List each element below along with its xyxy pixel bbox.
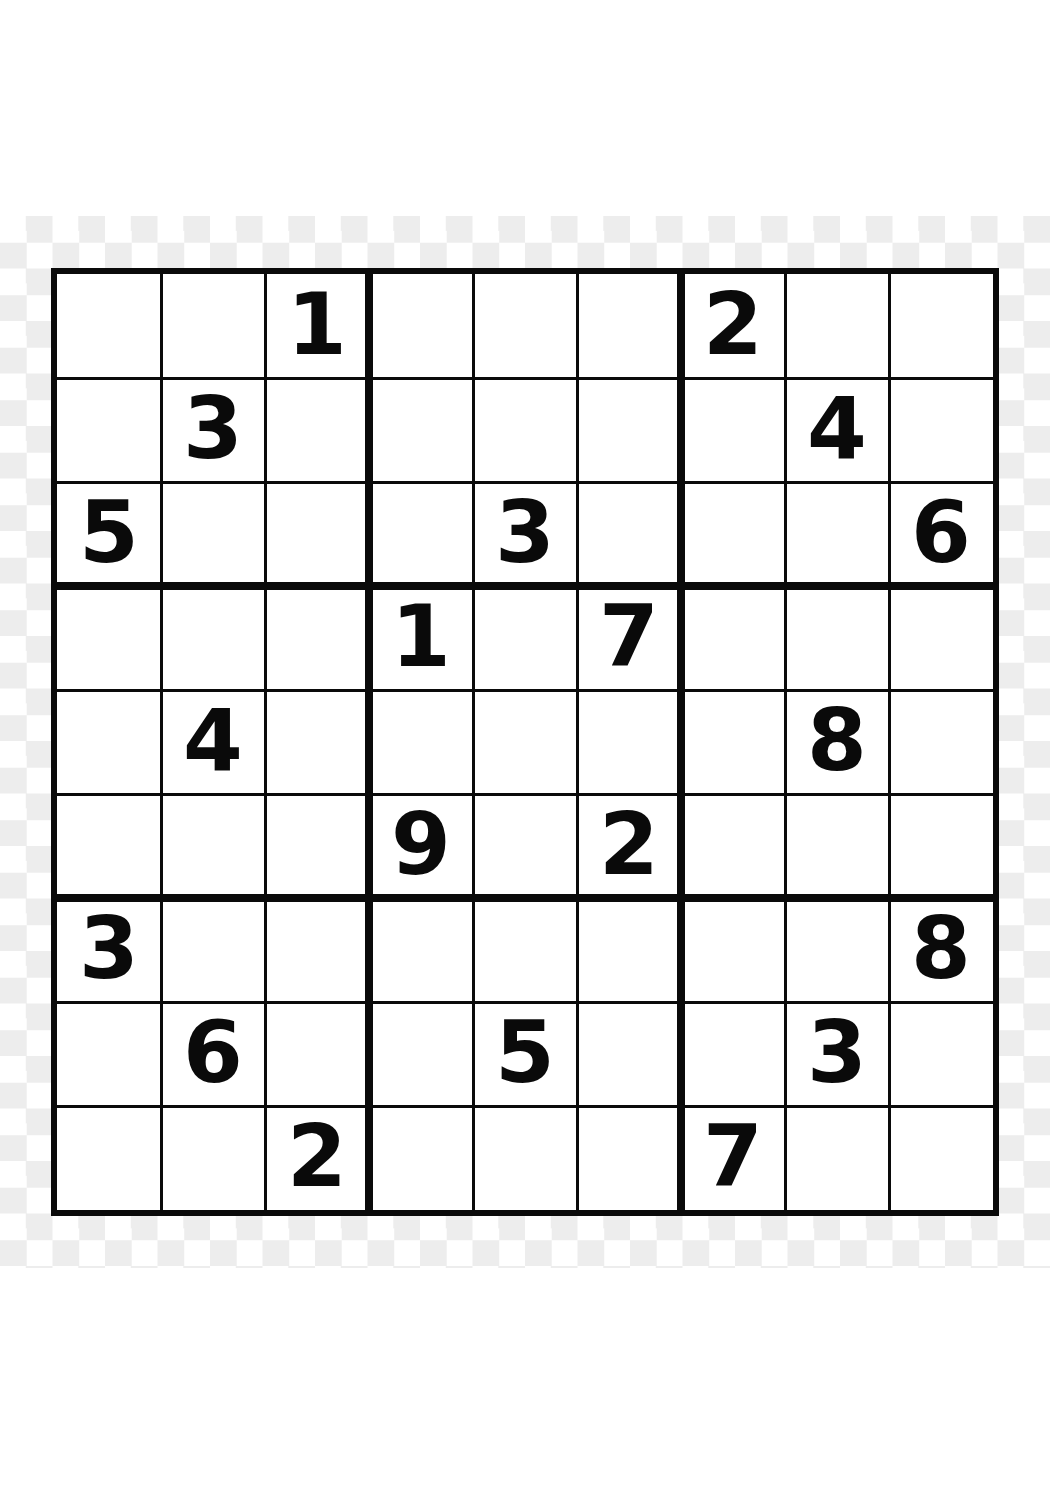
cell-r1c1[interactable]	[57, 274, 161, 378]
cell-r9c6[interactable]	[577, 1106, 681, 1210]
cell-line-vertical	[472, 274, 475, 1210]
cell-r1c8[interactable]	[785, 274, 889, 378]
cell-r8c6[interactable]	[577, 1002, 681, 1106]
given-digit: 2	[287, 1113, 347, 1199]
cell-line-horizontal	[57, 793, 993, 796]
cell-r3c3[interactable]	[265, 482, 369, 586]
given-digit: 3	[807, 1009, 867, 1095]
cell-r5c3[interactable]	[265, 690, 369, 794]
cell-r2c1[interactable]	[57, 378, 161, 482]
cell-r7c6[interactable]	[577, 898, 681, 1002]
cell-r5c1[interactable]	[57, 690, 161, 794]
cell-r9c1[interactable]	[57, 1106, 161, 1210]
cell-r3c8[interactable]	[785, 482, 889, 586]
cell-r6c3[interactable]	[265, 794, 369, 898]
cell-r4c7[interactable]	[681, 586, 785, 690]
cell-r9c5[interactable]	[473, 1106, 577, 1210]
cell-r1c5[interactable]	[473, 274, 577, 378]
cell-r8c9[interactable]	[889, 1002, 993, 1106]
cell-r5c9[interactable]	[889, 690, 993, 794]
given-digit: 1	[287, 281, 347, 367]
cell-r2c8[interactable]: 4	[785, 378, 889, 482]
cell-r6c1[interactable]	[57, 794, 161, 898]
given-digit: 2	[703, 281, 763, 367]
cell-line-horizontal	[57, 1105, 993, 1108]
cell-r8c5[interactable]: 5	[473, 1002, 577, 1106]
given-digit: 8	[807, 697, 867, 783]
cell-r5c6[interactable]	[577, 690, 681, 794]
cell-r3c6[interactable]	[577, 482, 681, 586]
cell-r6c4[interactable]: 9	[369, 794, 473, 898]
cell-r7c8[interactable]	[785, 898, 889, 1002]
given-digit: 3	[495, 489, 555, 575]
cell-r3c5[interactable]: 3	[473, 482, 577, 586]
cell-line-horizontal	[57, 481, 993, 484]
given-digit: 5	[79, 489, 139, 575]
given-digit: 7	[599, 593, 659, 679]
cell-line-horizontal	[57, 1001, 993, 1004]
block-line-vertical	[365, 274, 373, 1210]
cell-r9c7[interactable]: 7	[681, 1106, 785, 1210]
given-digit: 7	[703, 1113, 763, 1199]
block-line-horizontal	[57, 894, 993, 902]
cell-r8c1[interactable]	[57, 1002, 161, 1106]
cell-r5c7[interactable]	[681, 690, 785, 794]
cell-r5c8[interactable]: 8	[785, 690, 889, 794]
block-line-vertical	[677, 274, 685, 1210]
cell-line-vertical	[264, 274, 267, 1210]
cell-r1c6[interactable]	[577, 274, 681, 378]
cell-r4c4[interactable]: 1	[369, 586, 473, 690]
cell-r8c7[interactable]	[681, 1002, 785, 1106]
cell-r3c2[interactable]	[161, 482, 265, 586]
cell-r4c2[interactable]	[161, 586, 265, 690]
cell-r2c5[interactable]	[473, 378, 577, 482]
given-digit: 4	[183, 697, 243, 783]
cell-r3c7[interactable]	[681, 482, 785, 586]
cell-r5c4[interactable]	[369, 690, 473, 794]
cell-r6c9[interactable]	[889, 794, 993, 898]
cell-r9c9[interactable]	[889, 1106, 993, 1210]
cell-r6c2[interactable]	[161, 794, 265, 898]
given-digit: 5	[495, 1009, 555, 1095]
cell-r4c8[interactable]	[785, 586, 889, 690]
given-digit: 3	[183, 385, 243, 471]
cell-r9c3[interactable]: 2	[265, 1106, 369, 1210]
cell-r9c8[interactable]	[785, 1106, 889, 1210]
cell-r8c3[interactable]	[265, 1002, 369, 1106]
cell-r7c2[interactable]	[161, 898, 265, 1002]
cell-line-vertical	[160, 274, 163, 1210]
sudoku-board: 12345361748923865327	[51, 268, 999, 1216]
cell-r7c7[interactable]	[681, 898, 785, 1002]
given-digit: 9	[391, 801, 451, 887]
cell-r7c1[interactable]: 3	[57, 898, 161, 1002]
cell-r9c2[interactable]	[161, 1106, 265, 1210]
cell-r2c7[interactable]	[681, 378, 785, 482]
cell-r7c5[interactable]	[473, 898, 577, 1002]
cell-r6c6[interactable]: 2	[577, 794, 681, 898]
cell-line-vertical	[888, 274, 891, 1210]
cell-r8c2[interactable]: 6	[161, 1002, 265, 1106]
cell-r7c9[interactable]: 8	[889, 898, 993, 1002]
cell-r8c4[interactable]	[369, 1002, 473, 1106]
cell-r6c8[interactable]	[785, 794, 889, 898]
cell-r8c8[interactable]: 3	[785, 1002, 889, 1106]
cell-r9c4[interactable]	[369, 1106, 473, 1210]
cell-line-horizontal	[57, 689, 993, 692]
cell-r6c7[interactable]	[681, 794, 785, 898]
given-digit: 4	[807, 385, 867, 471]
cell-r4c5[interactable]	[473, 586, 577, 690]
cell-r5c5[interactable]	[473, 690, 577, 794]
given-digit: 3	[79, 905, 139, 991]
cell-line-horizontal	[57, 377, 993, 380]
cell-r4c3[interactable]	[265, 586, 369, 690]
cell-r3c9[interactable]: 6	[889, 482, 993, 586]
given-digit: 1	[391, 593, 451, 679]
cell-r7c4[interactable]	[369, 898, 473, 1002]
cell-r3c4[interactable]	[369, 482, 473, 586]
cell-r2c9[interactable]	[889, 378, 993, 482]
cell-line-vertical	[576, 274, 579, 1210]
cell-r1c9[interactable]	[889, 274, 993, 378]
cell-r2c4[interactable]	[369, 378, 473, 482]
cell-r1c4[interactable]	[369, 274, 473, 378]
cell-r5c2[interactable]: 4	[161, 690, 265, 794]
cell-r7c3[interactable]	[265, 898, 369, 1002]
cell-r4c9[interactable]	[889, 586, 993, 690]
cell-r1c7[interactable]: 2	[681, 274, 785, 378]
cell-r2c3[interactable]	[265, 378, 369, 482]
cell-r2c6[interactable]	[577, 378, 681, 482]
sudoku-cells: 12345361748923865327	[57, 274, 993, 1210]
cell-line-vertical	[784, 274, 787, 1210]
given-digit: 6	[911, 489, 971, 575]
page-background: 12345361748923865327	[0, 0, 1050, 1485]
cell-r3c1[interactable]: 5	[57, 482, 161, 586]
cell-r4c1[interactable]	[57, 586, 161, 690]
given-digit: 2	[599, 801, 659, 887]
cell-r2c2[interactable]: 3	[161, 378, 265, 482]
given-digit: 6	[183, 1009, 243, 1095]
cell-r6c5[interactable]	[473, 794, 577, 898]
block-line-horizontal	[57, 582, 993, 590]
cell-r1c3[interactable]: 1	[265, 274, 369, 378]
cell-r1c2[interactable]	[161, 274, 265, 378]
given-digit: 8	[911, 905, 971, 991]
cell-r4c6[interactable]: 7	[577, 586, 681, 690]
